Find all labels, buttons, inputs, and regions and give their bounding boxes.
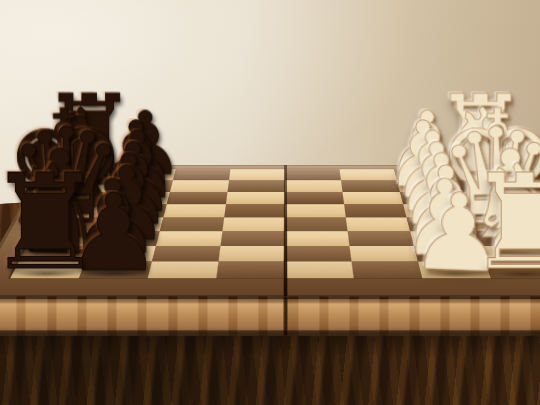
square-g6[interactable] — [170, 180, 229, 192]
square-d4[interactable] — [285, 217, 348, 231]
square-g5[interactable] — [227, 180, 285, 192]
square-a5[interactable] — [216, 262, 285, 279]
square-a4[interactable] — [285, 262, 354, 279]
square-b4[interactable] — [285, 246, 352, 262]
square-a8[interactable]: ♜ — [10, 262, 85, 279]
square-e5[interactable] — [224, 204, 285, 217]
square-b6[interactable] — [152, 246, 221, 262]
piece-white-rook[interactable]: ♜ — [466, 169, 540, 277]
square-d5[interactable] — [222, 217, 285, 231]
board-side-panel — [0, 296, 540, 335]
square-g4[interactable] — [285, 180, 343, 192]
square-f5[interactable] — [226, 192, 285, 204]
square-b5[interactable] — [218, 246, 285, 262]
squares-grid: ♜♟♟♜♞♟♟♞♝♟♟♝♚♟♟♚♛♟♟♛♝♟♟♝♞♟♟♞♜♟♟♜ — [10, 169, 540, 278]
square-c4[interactable] — [285, 231, 349, 246]
square-h4[interactable] — [285, 169, 341, 180]
square-c5[interactable] — [221, 231, 285, 246]
chessboard: ♜♟♟♜♞♟♟♞♝♟♟♝♚♟♟♚♛♟♟♛♝♟♟♝♞♟♟♞♜♟♟♜ — [0, 165, 540, 296]
square-h5[interactable] — [229, 169, 285, 180]
piece-black-rook[interactable]: ♜ — [0, 169, 104, 277]
square-a1[interactable]: ♜ — [485, 262, 540, 279]
photo-scene: ♜♟♟♜♞♟♟♞♝♟♟♝♚♟♟♚♛♟♟♛♝♟♟♝♞♟♟♞♜♟♟♜ Hand-ca… — [0, 0, 540, 405]
square-f4[interactable] — [285, 192, 344, 204]
square-e4[interactable] — [285, 204, 346, 217]
